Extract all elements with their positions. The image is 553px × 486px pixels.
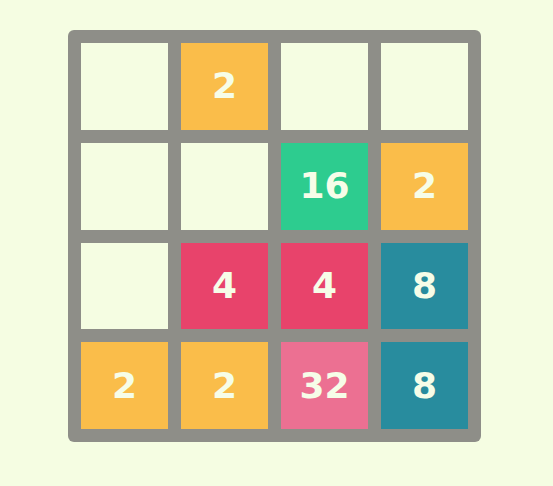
tile-2: 2 [381, 143, 468, 230]
tile-2: 2 [181, 342, 268, 429]
empty-cell [181, 143, 268, 230]
tile-8: 8 [381, 243, 468, 330]
empty-cell [81, 43, 168, 130]
tile-4: 4 [181, 243, 268, 330]
empty-cell [381, 43, 468, 130]
tile-32: 32 [281, 342, 368, 429]
tile-16: 16 [281, 143, 368, 230]
2048-board[interactable]: 216244822328 [68, 30, 481, 442]
tile-8: 8 [381, 342, 468, 429]
tile-4: 4 [281, 243, 368, 330]
tile-2: 2 [181, 43, 268, 130]
tile-2: 2 [81, 342, 168, 429]
empty-cell [81, 243, 168, 330]
empty-cell [81, 143, 168, 230]
empty-cell [281, 43, 368, 130]
